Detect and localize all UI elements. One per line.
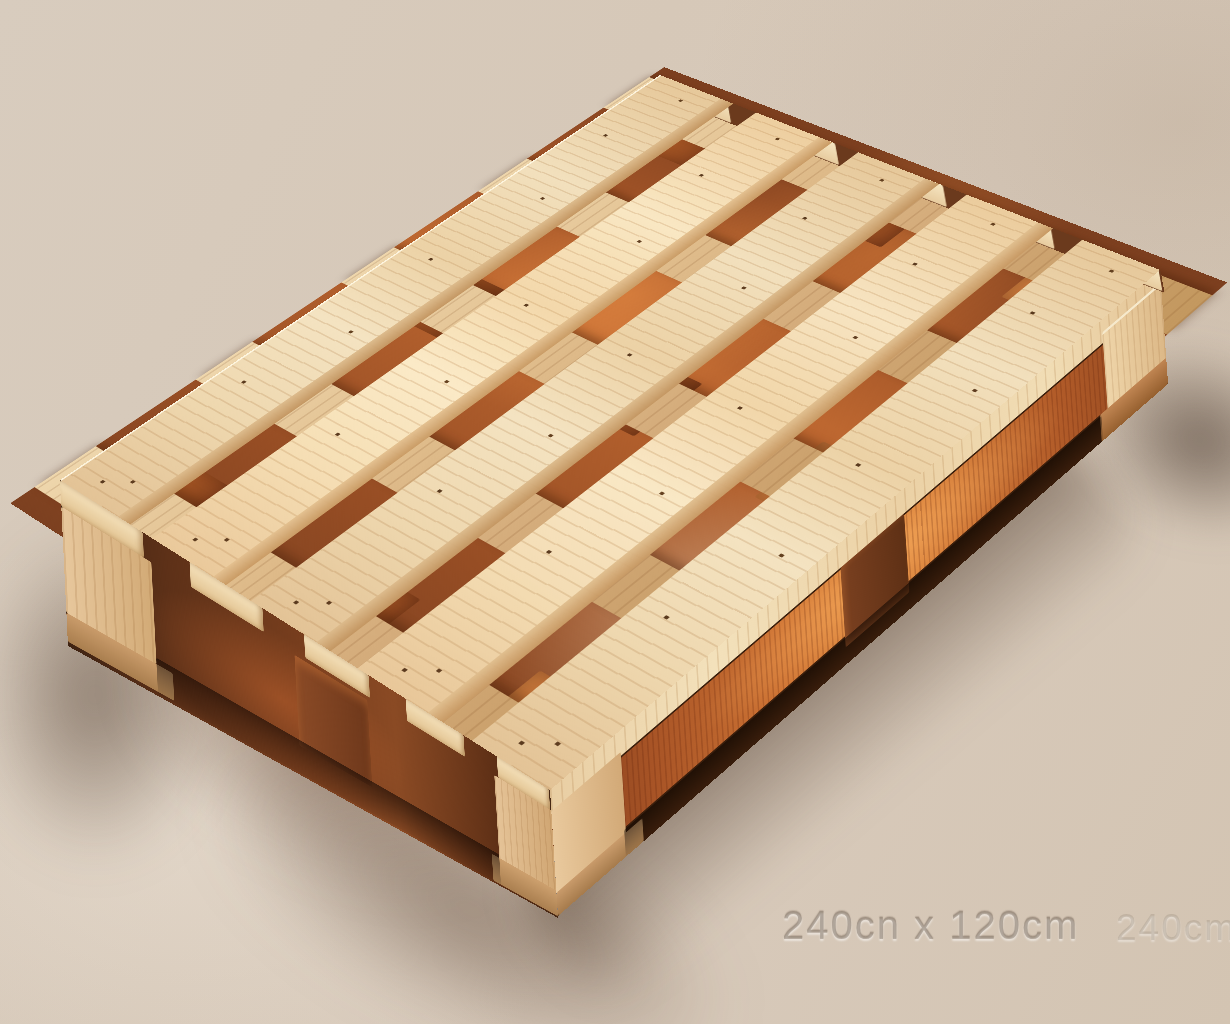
dimension-label: 240cn x 120cm <box>782 903 1079 948</box>
dimension-label-faint: 240cm <box>1116 907 1230 949</box>
pallet-photo-stage: 240cn x 120cm 240cm <box>0 0 1230 1024</box>
